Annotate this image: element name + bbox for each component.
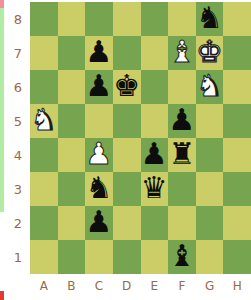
piece-black-bishop: ♝ [168, 241, 195, 271]
file-labels: ABCDEFGH [30, 276, 251, 296]
piece-white-knight: ♞ [30, 105, 57, 135]
square-h1[interactable] [223, 240, 251, 274]
square-d1[interactable] [113, 240, 141, 274]
square-e8[interactable] [141, 2, 169, 36]
square-g7[interactable]: ♚ [196, 36, 224, 70]
square-a1[interactable] [30, 240, 58, 274]
chess-board: ♞♟♝♚♟♚♞♞♟♟♟♜♞♛♟♝ [30, 2, 251, 274]
piece-black-knight: ♞ [86, 173, 113, 203]
rank-label-3: 3 [0, 172, 27, 206]
square-h8[interactable] [223, 2, 251, 36]
rank-label-6: 6 [0, 70, 27, 104]
square-b2[interactable] [58, 206, 86, 240]
rank-label-1: 1 [0, 240, 27, 274]
square-g2[interactable] [196, 206, 224, 240]
square-d3[interactable] [113, 172, 141, 206]
square-h5[interactable] [223, 104, 251, 138]
square-b5[interactable] [58, 104, 86, 138]
square-f7[interactable]: ♝ [168, 36, 196, 70]
square-f2[interactable] [168, 206, 196, 240]
piece-black-pawn: ♟ [86, 207, 113, 237]
square-a4[interactable] [30, 138, 58, 172]
square-d5[interactable] [113, 104, 141, 138]
square-b8[interactable] [58, 2, 86, 36]
piece-black-pawn: ♟ [141, 139, 168, 169]
square-e4[interactable]: ♟ [141, 138, 169, 172]
square-c4[interactable]: ♟ [85, 138, 113, 172]
file-label-a: A [30, 276, 58, 296]
square-e7[interactable] [141, 36, 169, 70]
square-f5[interactable]: ♟ [168, 104, 196, 138]
rank-label-8: 8 [0, 2, 27, 36]
square-d4[interactable] [113, 138, 141, 172]
square-d2[interactable] [113, 206, 141, 240]
square-c5[interactable] [85, 104, 113, 138]
file-label-e: E [141, 276, 169, 296]
piece-white-knight: ♞ [196, 71, 223, 101]
file-label-d: D [113, 276, 141, 296]
square-g5[interactable] [196, 104, 224, 138]
square-b3[interactable] [58, 172, 86, 206]
square-c1[interactable] [85, 240, 113, 274]
rank-label-2: 2 [0, 206, 27, 240]
square-h6[interactable] [223, 70, 251, 104]
square-a7[interactable] [30, 36, 58, 70]
square-h3[interactable] [223, 172, 251, 206]
square-e6[interactable] [141, 70, 169, 104]
square-a8[interactable] [30, 2, 58, 36]
rank-label-4: 4 [0, 138, 27, 172]
file-label-h: H [223, 276, 251, 296]
square-a5[interactable]: ♞ [30, 104, 58, 138]
file-label-c: C [85, 276, 113, 296]
piece-black-pawn: ♟ [86, 37, 113, 67]
square-e3[interactable]: ♛ [141, 172, 169, 206]
chess-diagram: 87654321 ♞♟♝♚♟♚♞♞♟♟♟♜♞♛♟♝ ABCDEFGH [0, 0, 251, 300]
square-b6[interactable] [58, 70, 86, 104]
square-d6[interactable]: ♚ [113, 70, 141, 104]
square-c3[interactable]: ♞ [85, 172, 113, 206]
square-f4[interactable]: ♜ [168, 138, 196, 172]
square-e2[interactable] [141, 206, 169, 240]
square-f1[interactable]: ♝ [168, 240, 196, 274]
file-label-b: B [58, 276, 86, 296]
piece-black-rook: ♜ [168, 139, 195, 169]
file-label-g: G [196, 276, 224, 296]
square-a3[interactable] [30, 172, 58, 206]
square-f3[interactable] [168, 172, 196, 206]
piece-black-queen: ♛ [141, 173, 168, 203]
square-a2[interactable] [30, 206, 58, 240]
square-g4[interactable] [196, 138, 224, 172]
piece-white-bishop: ♝ [168, 37, 195, 67]
square-g8[interactable]: ♞ [196, 2, 224, 36]
square-e1[interactable] [141, 240, 169, 274]
square-b4[interactable] [58, 138, 86, 172]
square-c2[interactable]: ♟ [85, 206, 113, 240]
rank-label-5: 5 [0, 104, 27, 138]
square-f6[interactable] [168, 70, 196, 104]
piece-white-pawn: ♟ [86, 139, 113, 169]
square-d8[interactable] [113, 2, 141, 36]
piece-black-pawn: ♟ [86, 71, 113, 101]
square-g6[interactable]: ♞ [196, 70, 224, 104]
rank-labels: 87654321 [0, 2, 27, 274]
edge-artifact-red-mark [0, 291, 4, 300]
square-e5[interactable] [141, 104, 169, 138]
square-b1[interactable] [58, 240, 86, 274]
square-g3[interactable] [196, 172, 224, 206]
square-h4[interactable] [223, 138, 251, 172]
piece-black-king: ♚ [113, 71, 140, 101]
square-h7[interactable] [223, 36, 251, 70]
square-c8[interactable] [85, 2, 113, 36]
file-label-f: F [168, 276, 196, 296]
square-b7[interactable] [58, 36, 86, 70]
square-c6[interactable]: ♟ [85, 70, 113, 104]
rank-label-7: 7 [0, 36, 27, 70]
piece-white-king: ♚ [196, 37, 223, 67]
square-h2[interactable] [223, 206, 251, 240]
square-g1[interactable] [196, 240, 224, 274]
square-c7[interactable]: ♟ [85, 36, 113, 70]
square-d7[interactable] [113, 36, 141, 70]
square-f8[interactable] [168, 2, 196, 36]
square-a6[interactable] [30, 70, 58, 104]
piece-black-knight: ♞ [196, 3, 223, 33]
piece-black-pawn: ♟ [168, 105, 195, 135]
